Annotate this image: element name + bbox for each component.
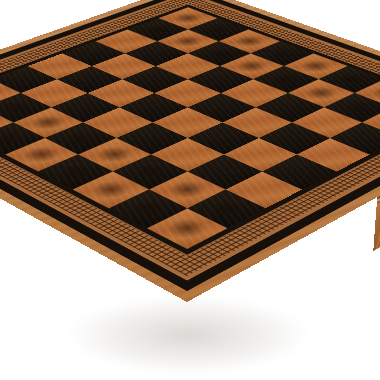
rook-glyph: ♜ [146, 162, 228, 228]
chest-base: ♜♞♝♛♚♝♞♜♟♟♟♟♟♟♟♟♟♟♟♟♟♟♟♟♜♞♝♛♚♝♞♜ [0, 0, 380, 302]
pawn-glyph: ♟ [361, 76, 380, 122]
photo-scene: ♜♞♝♛♚♝♞♜♟♟♟♟♟♟♟♟♟♟♟♟♟♟♟♟♜♞♝♛♚♝♞♜ [0, 0, 380, 380]
